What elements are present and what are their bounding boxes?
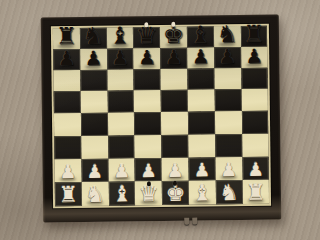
- piece-shadow: [221, 199, 238, 203]
- square-c4[interactable]: [108, 112, 135, 135]
- square-g2[interactable]: ♟: [215, 157, 242, 181]
- square-h1[interactable]: ♜: [242, 180, 269, 204]
- square-g3[interactable]: [215, 134, 242, 157]
- square-d3[interactable]: [135, 134, 162, 157]
- square-f6[interactable]: [187, 68, 214, 90]
- contrasting-finial-icon: [171, 22, 175, 27]
- square-f4[interactable]: [188, 111, 215, 134]
- piece-shadow: [246, 62, 263, 66]
- piece-shadow: [247, 199, 264, 203]
- square-b5[interactable]: [80, 91, 107, 113]
- square-f2[interactable]: ♟: [188, 157, 215, 181]
- square-e6[interactable]: [161, 68, 188, 90]
- piece-shadow: [140, 200, 157, 204]
- board-playing-area: ♜♞♝♛♚♝♞♜♟♟♟♟♟♟♟♟♟♟♟♟♟♟♟♟♜♞♝♛♚♝♞♜: [51, 24, 272, 209]
- piece-shadow: [112, 64, 129, 68]
- square-f7[interactable]: ♟: [187, 47, 214, 68]
- square-a7[interactable]: ♟: [53, 48, 80, 69]
- piece-shadow: [86, 177, 103, 181]
- square-d1[interactable]: ♛: [135, 181, 162, 205]
- square-g5[interactable]: [214, 89, 241, 111]
- piece-shadow: [247, 175, 264, 179]
- square-c3[interactable]: [108, 135, 135, 158]
- square-h6[interactable]: [241, 67, 268, 89]
- square-f1[interactable]: ♝: [189, 180, 216, 204]
- square-f5[interactable]: [188, 89, 215, 111]
- square-e2[interactable]: ♟: [162, 157, 189, 181]
- piece-shadow: [60, 201, 77, 205]
- square-h7[interactable]: ♟: [241, 46, 268, 67]
- piece-shadow: [167, 200, 184, 204]
- piece-shadow: [85, 43, 102, 47]
- square-e3[interactable]: [161, 134, 188, 157]
- piece-shadow: [87, 201, 104, 205]
- square-c8[interactable]: ♝: [106, 27, 133, 48]
- piece-shadow: [140, 176, 157, 180]
- square-f3[interactable]: [188, 134, 215, 157]
- piece-shadow: [138, 43, 155, 47]
- piece-shadow: [165, 42, 182, 46]
- piece-shadow: [113, 176, 130, 180]
- square-g7[interactable]: ♟: [214, 47, 241, 68]
- square-e7[interactable]: ♟: [160, 47, 187, 68]
- square-h5[interactable]: [241, 89, 268, 111]
- square-d2[interactable]: ♟: [135, 157, 162, 181]
- piece-shadow: [167, 176, 184, 180]
- square-e5[interactable]: [161, 90, 188, 112]
- piece-shadow: [60, 177, 77, 181]
- square-a4[interactable]: [54, 113, 81, 136]
- piece-shadow: [165, 63, 182, 67]
- square-c7[interactable]: ♟: [107, 48, 134, 69]
- square-a3[interactable]: [54, 135, 81, 158]
- square-b7[interactable]: ♟: [80, 48, 107, 69]
- square-e4[interactable]: [161, 112, 188, 135]
- square-d4[interactable]: [134, 112, 161, 135]
- square-a2[interactable]: ♟: [54, 158, 81, 182]
- photo-scene: ♜♞♝♛♚♝♞♜♟♟♟♟♟♟♟♟♟♟♟♟♟♟♟♟♜♞♝♛♚♝♞♜: [0, 0, 320, 240]
- square-d7[interactable]: ♟: [134, 48, 161, 69]
- piece-shadow: [219, 63, 236, 67]
- square-e1[interactable]: ♚: [162, 181, 189, 205]
- square-b2[interactable]: ♟: [81, 158, 108, 182]
- square-e8[interactable]: ♚: [160, 27, 187, 48]
- square-g1[interactable]: ♞: [216, 180, 243, 204]
- square-h8[interactable]: ♜: [240, 26, 267, 47]
- square-b1[interactable]: ♞: [82, 182, 109, 206]
- piece-shadow: [220, 175, 237, 179]
- square-a6[interactable]: [53, 69, 80, 91]
- piece-shadow: [219, 42, 236, 46]
- contrasting-finial-icon: [147, 181, 151, 186]
- square-c5[interactable]: [107, 90, 134, 112]
- board-clasp-icon: [184, 218, 189, 225]
- square-g8[interactable]: ♞: [214, 26, 241, 47]
- piece-shadow: [112, 43, 129, 47]
- piece-shadow: [192, 63, 209, 67]
- piece-shadow: [58, 65, 75, 69]
- square-b6[interactable]: [80, 69, 107, 91]
- square-d6[interactable]: [134, 69, 161, 91]
- piece-shadow: [194, 199, 211, 203]
- square-a8[interactable]: ♜: [53, 28, 80, 49]
- chess-board: ♜♞♝♛♚♝♞♜♟♟♟♟♟♟♟♟♟♟♟♟♟♟♟♟♜♞♝♛♚♝♞♜: [41, 15, 282, 223]
- square-g4[interactable]: [215, 111, 242, 134]
- square-c2[interactable]: ♟: [108, 158, 135, 182]
- square-a5[interactable]: [54, 91, 81, 113]
- piece-shadow: [58, 44, 75, 48]
- square-h2[interactable]: ♟: [242, 156, 269, 180]
- square-b3[interactable]: [81, 135, 108, 158]
- square-h3[interactable]: [242, 133, 269, 156]
- piece-shadow: [192, 42, 209, 46]
- piece-shadow: [246, 41, 263, 45]
- square-g6[interactable]: [214, 68, 241, 90]
- square-c1[interactable]: ♝: [108, 181, 135, 205]
- square-d5[interactable]: [134, 90, 161, 112]
- square-h4[interactable]: [241, 111, 268, 134]
- contrasting-finial-icon: [145, 22, 149, 27]
- piece-shadow: [113, 200, 130, 204]
- square-c6[interactable]: [107, 69, 134, 91]
- square-a1[interactable]: ♜: [55, 182, 82, 206]
- square-b8[interactable]: ♞: [80, 28, 107, 49]
- square-f8[interactable]: ♝: [187, 26, 214, 47]
- contrasting-finial-icon: [173, 181, 177, 186]
- square-d8[interactable]: ♛: [133, 27, 160, 48]
- piece-shadow: [85, 64, 102, 68]
- piece-shadow: [194, 175, 211, 179]
- square-b4[interactable]: [81, 113, 108, 136]
- board-grid: ♜♞♝♛♚♝♞♜♟♟♟♟♟♟♟♟♟♟♟♟♟♟♟♟♜♞♝♛♚♝♞♜: [53, 26, 270, 207]
- piece-shadow: [139, 64, 156, 68]
